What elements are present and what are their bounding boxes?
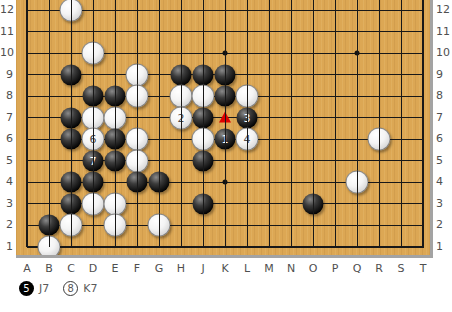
board-point-D1[interactable] — [82, 236, 104, 258]
board-point-G5[interactable] — [148, 150, 170, 172]
board-point-D2[interactable] — [82, 214, 104, 236]
board-point-E5[interactable] — [104, 150, 126, 172]
caption-move-5-stone: 5 — [19, 281, 34, 296]
board-point-N4[interactable] — [280, 171, 302, 193]
board-point-O1[interactable] — [302, 236, 324, 258]
black-stone-D8 — [83, 86, 104, 107]
board-point-M8[interactable] — [258, 85, 280, 107]
board-point-S5[interactable] — [390, 150, 412, 172]
white-stone-H8 — [170, 85, 193, 108]
board-point-S3[interactable] — [390, 193, 412, 215]
black-stone-C6 — [61, 129, 82, 150]
board-point-C7[interactable] — [60, 107, 82, 129]
board-point-F5[interactable] — [126, 150, 148, 172]
board-point-H8[interactable] — [170, 85, 192, 107]
row-label-right-1: 1 — [436, 241, 452, 253]
board-point-T1[interactable] — [412, 236, 433, 258]
board-point-J7[interactable] — [192, 107, 214, 129]
board-point-F11[interactable] — [126, 21, 148, 43]
board-point-E10[interactable] — [104, 42, 126, 64]
black-stone-K8 — [215, 86, 236, 107]
board-point-B8[interactable] — [38, 85, 60, 107]
board-point-R2[interactable] — [368, 214, 390, 236]
black-stone-E8 — [105, 86, 126, 107]
board-point-Q8[interactable] — [346, 85, 368, 107]
board-point-C3[interactable] — [60, 193, 82, 215]
board-point-P6[interactable] — [324, 128, 346, 150]
black-stone-B2 — [39, 215, 60, 236]
board-point-G9[interactable] — [148, 64, 170, 86]
board-point-F1[interactable] — [126, 236, 148, 258]
board-point-C10[interactable] — [60, 42, 82, 64]
board-point-M1[interactable] — [258, 236, 280, 258]
board-point-O11[interactable] — [302, 21, 324, 43]
board-point-B7[interactable] — [38, 107, 60, 129]
black-stone-K6: 1 — [215, 129, 236, 150]
board-point-R12[interactable] — [368, 0, 390, 21]
board-point-K3[interactable] — [214, 193, 236, 215]
board-point-S2[interactable] — [390, 214, 412, 236]
board-point-H11[interactable] — [170, 21, 192, 43]
board-point-P8[interactable] — [324, 85, 346, 107]
board-point-L3[interactable] — [236, 193, 258, 215]
column-label-R: R — [371, 263, 387, 275]
board-point-N11[interactable] — [280, 21, 302, 43]
board-point-Q5[interactable] — [346, 150, 368, 172]
board-point-L4[interactable] — [236, 171, 258, 193]
board-point-B9[interactable] — [38, 64, 60, 86]
board-point-S6[interactable] — [390, 128, 412, 150]
board-point-F2[interactable] — [126, 214, 148, 236]
board-point-R3[interactable] — [368, 193, 390, 215]
board-point-E7[interactable] — [104, 107, 126, 129]
board-point-J4[interactable] — [192, 171, 214, 193]
board-point-G4[interactable] — [148, 171, 170, 193]
black-stone-D4 — [83, 172, 104, 193]
board-point-A4[interactable] — [16, 171, 38, 193]
white-stone-Q4 — [346, 171, 369, 194]
board-point-J8[interactable] — [192, 85, 214, 107]
board-point-M2[interactable] — [258, 214, 280, 236]
board-point-T11[interactable] — [412, 21, 433, 43]
board-point-D11[interactable] — [82, 21, 104, 43]
board-point-E3[interactable] — [104, 193, 126, 215]
board-point-F10[interactable] — [126, 42, 148, 64]
board-point-J5[interactable] — [192, 150, 214, 172]
board-point-P12[interactable] — [324, 0, 346, 21]
board-point-C11[interactable] — [60, 21, 82, 43]
board-point-A9[interactable] — [16, 64, 38, 86]
board-point-J6[interactable] — [192, 128, 214, 150]
board-point-E6[interactable] — [104, 128, 126, 150]
board-point-F12[interactable] — [126, 0, 148, 21]
board-point-S10[interactable] — [390, 42, 412, 64]
board-point-Q4[interactable] — [346, 171, 368, 193]
row-label-left-6: 6 — [0, 133, 13, 145]
column-label-T: T — [415, 263, 431, 275]
board-point-K7[interactable] — [214, 107, 236, 129]
board-point-S9[interactable] — [390, 64, 412, 86]
board-point-T4[interactable] — [412, 171, 433, 193]
board-point-T12[interactable] — [412, 0, 433, 21]
board-point-T3[interactable] — [412, 193, 433, 215]
triangle-marker-K7 — [219, 111, 231, 122]
board-point-K10[interactable] — [214, 42, 236, 64]
board-point-C12[interactable] — [60, 0, 82, 21]
board-point-A1[interactable] — [16, 236, 38, 258]
black-stone-E5 — [105, 150, 126, 171]
board-point-K11[interactable] — [214, 21, 236, 43]
board-point-Q1[interactable] — [346, 236, 368, 258]
board-point-B10[interactable] — [38, 42, 60, 64]
board-point-D4[interactable] — [82, 171, 104, 193]
caption-move-5-point: J7 — [39, 282, 49, 295]
board-point-J3[interactable] — [192, 193, 214, 215]
board-point-H12[interactable] — [170, 0, 192, 21]
white-stone-C2 — [60, 214, 83, 237]
board-point-R4[interactable] — [368, 171, 390, 193]
board-point-D12[interactable] — [82, 0, 104, 21]
board-point-B12[interactable] — [38, 0, 60, 21]
board-point-N6[interactable] — [280, 128, 302, 150]
board-point-A11[interactable] — [16, 21, 38, 43]
board-point-P11[interactable] — [324, 21, 346, 43]
board-point-F9[interactable] — [126, 64, 148, 86]
row-label-right-7: 7 — [436, 112, 452, 124]
board-point-K1[interactable] — [214, 236, 236, 258]
black-stone-C4 — [61, 172, 82, 193]
white-stone-L6: 4 — [236, 128, 259, 151]
board-point-E4[interactable] — [104, 171, 126, 193]
board-point-J1[interactable] — [192, 236, 214, 258]
board-point-J10[interactable] — [192, 42, 214, 64]
column-label-O: O — [305, 263, 321, 275]
board-point-Q2[interactable] — [346, 214, 368, 236]
board-point-C8[interactable] — [60, 85, 82, 107]
board-point-K8[interactable] — [214, 85, 236, 107]
board-point-L12[interactable] — [236, 0, 258, 21]
board-point-K2[interactable] — [214, 214, 236, 236]
white-stone-F5 — [126, 149, 149, 172]
board-point-G7[interactable] — [148, 107, 170, 129]
board-point-R8[interactable] — [368, 85, 390, 107]
board-grid: 236147 — [16, 0, 433, 257]
board-point-H10[interactable] — [170, 42, 192, 64]
board-point-G10[interactable] — [148, 42, 170, 64]
board-point-A5[interactable] — [16, 150, 38, 172]
board-point-D9[interactable] — [82, 64, 104, 86]
board-point-L5[interactable] — [236, 150, 258, 172]
board-point-P3[interactable] — [324, 193, 346, 215]
row-label-right-9: 9 — [436, 69, 452, 81]
board-point-N2[interactable] — [280, 214, 302, 236]
board-point-R1[interactable] — [368, 236, 390, 258]
board-point-M5[interactable] — [258, 150, 280, 172]
white-stone-R6 — [368, 128, 391, 151]
go-diagram: 236147 121110987654321 121110987654321 A… — [0, 0, 452, 312]
board-point-H4[interactable] — [170, 171, 192, 193]
board-point-B1[interactable] — [38, 236, 60, 258]
white-stone-L8 — [236, 85, 259, 108]
board-point-S11[interactable] — [390, 21, 412, 43]
row-label-right-8: 8 — [436, 90, 452, 102]
board-point-E2[interactable] — [104, 214, 126, 236]
board-point-L8[interactable] — [236, 85, 258, 107]
row-label-left-10: 10 — [0, 47, 13, 59]
white-stone-D10 — [82, 42, 105, 65]
black-stone-G4 — [149, 172, 170, 193]
black-stone-J9 — [193, 64, 214, 85]
row-label-left-8: 8 — [0, 90, 13, 102]
board-point-T8[interactable] — [412, 85, 433, 107]
board-point-O8[interactable] — [302, 85, 324, 107]
board-point-N1[interactable] — [280, 236, 302, 258]
board-point-Q9[interactable] — [346, 64, 368, 86]
black-stone-J7 — [193, 107, 214, 128]
board-point-G1[interactable] — [148, 236, 170, 258]
row-label-right-3: 3 — [436, 198, 452, 210]
row-label-left-2: 2 — [0, 219, 13, 231]
board-point-Q6[interactable] — [346, 128, 368, 150]
white-stone-D7 — [82, 106, 105, 129]
board-point-C4[interactable] — [60, 171, 82, 193]
board-point-R6[interactable] — [368, 128, 390, 150]
board-point-S12[interactable] — [390, 0, 412, 21]
board-point-M7[interactable] — [258, 107, 280, 129]
board-point-D8[interactable] — [82, 85, 104, 107]
board-point-D10[interactable] — [82, 42, 104, 64]
board-point-H9[interactable] — [170, 64, 192, 86]
board-point-H6[interactable] — [170, 128, 192, 150]
board-point-B6[interactable] — [38, 128, 60, 150]
board-point-O6[interactable] — [302, 128, 324, 150]
board-point-M10[interactable] — [258, 42, 280, 64]
column-label-F: F — [129, 263, 145, 275]
board-point-P10[interactable] — [324, 42, 346, 64]
board-point-M3[interactable] — [258, 193, 280, 215]
board-point-P5[interactable] — [324, 150, 346, 172]
board-point-Q11[interactable] — [346, 21, 368, 43]
column-label-C: C — [63, 263, 79, 275]
board-point-N12[interactable] — [280, 0, 302, 21]
board-point-R11[interactable] — [368, 21, 390, 43]
board-point-J12[interactable] — [192, 0, 214, 21]
board-point-M11[interactable] — [258, 21, 280, 43]
white-stone-F8 — [126, 85, 149, 108]
board-point-G11[interactable] — [148, 21, 170, 43]
board-point-L7[interactable]: 3 — [236, 107, 258, 129]
row-label-left-3: 3 — [0, 198, 13, 210]
black-stone-C7 — [61, 107, 82, 128]
board-point-O10[interactable] — [302, 42, 324, 64]
board-point-F7[interactable] — [126, 107, 148, 129]
board-point-K6[interactable]: 1 — [214, 128, 236, 150]
board-point-O7[interactable] — [302, 107, 324, 129]
board-point-H7[interactable]: 2 — [170, 107, 192, 129]
board-point-N7[interactable] — [280, 107, 302, 129]
board-point-F3[interactable] — [126, 193, 148, 215]
board-point-Q12[interactable] — [346, 0, 368, 21]
board-point-M9[interactable] — [258, 64, 280, 86]
board-point-R5[interactable] — [368, 150, 390, 172]
board-point-R7[interactable] — [368, 107, 390, 129]
column-label-G: G — [151, 263, 167, 275]
board-point-S8[interactable] — [390, 85, 412, 107]
board-point-D6[interactable]: 6 — [82, 128, 104, 150]
column-label-K: K — [217, 263, 233, 275]
column-label-E: E — [107, 263, 123, 275]
black-stone-J5 — [193, 150, 214, 171]
board-point-F6[interactable] — [126, 128, 148, 150]
board-point-P2[interactable] — [324, 214, 346, 236]
star-point-Q10 — [355, 51, 360, 56]
board-point-A8[interactable] — [16, 85, 38, 107]
board-point-T10[interactable] — [412, 42, 433, 64]
board-point-C1[interactable] — [60, 236, 82, 258]
board-point-L1[interactable] — [236, 236, 258, 258]
board-point-H1[interactable] — [170, 236, 192, 258]
row-label-left-9: 9 — [0, 69, 13, 81]
column-label-M: M — [261, 263, 277, 275]
board-point-E8[interactable] — [104, 85, 126, 107]
board-point-B2[interactable] — [38, 214, 60, 236]
board-point-G8[interactable] — [148, 85, 170, 107]
board-point-R10[interactable] — [368, 42, 390, 64]
board-point-A12[interactable] — [16, 0, 38, 21]
board-point-G6[interactable] — [148, 128, 170, 150]
board-point-T2[interactable] — [412, 214, 433, 236]
board-point-G12[interactable] — [148, 0, 170, 21]
board-point-L2[interactable] — [236, 214, 258, 236]
move-caption: 5J78K7 — [19, 280, 106, 297]
board-point-T6[interactable] — [412, 128, 433, 150]
column-label-J: J — [195, 263, 211, 275]
board-point-N3[interactable] — [280, 193, 302, 215]
board-point-F8[interactable] — [126, 85, 148, 107]
white-stone-F9 — [126, 63, 149, 86]
board-point-K12[interactable] — [214, 0, 236, 21]
board-point-O5[interactable] — [302, 150, 324, 172]
board-point-P4[interactable] — [324, 171, 346, 193]
board-point-H3[interactable] — [170, 193, 192, 215]
board-point-P1[interactable] — [324, 236, 346, 258]
column-label-N: N — [283, 263, 299, 275]
row-label-right-12: 12 — [436, 4, 452, 16]
board-point-S1[interactable] — [390, 236, 412, 258]
board-point-C2[interactable] — [60, 214, 82, 236]
board-point-E9[interactable] — [104, 64, 126, 86]
board-point-D3[interactable] — [82, 193, 104, 215]
board-point-N10[interactable] — [280, 42, 302, 64]
board-point-T7[interactable] — [412, 107, 433, 129]
go-board[interactable]: 236147 — [16, 0, 433, 258]
board-point-K4[interactable] — [214, 171, 236, 193]
board-point-N8[interactable] — [280, 85, 302, 107]
board-point-C9[interactable] — [60, 64, 82, 86]
board-point-L9[interactable] — [236, 64, 258, 86]
board-point-Q7[interactable] — [346, 107, 368, 129]
board-point-L10[interactable] — [236, 42, 258, 64]
board-point-B5[interactable] — [38, 150, 60, 172]
board-point-P9[interactable] — [324, 64, 346, 86]
board-point-O4[interactable] — [302, 171, 324, 193]
board-point-C6[interactable] — [60, 128, 82, 150]
board-point-R9[interactable] — [368, 64, 390, 86]
board-point-O9[interactable] — [302, 64, 324, 86]
board-point-L11[interactable] — [236, 21, 258, 43]
board-point-N9[interactable] — [280, 64, 302, 86]
board-point-T5[interactable] — [412, 150, 433, 172]
board-point-C5[interactable] — [60, 150, 82, 172]
row-label-right-5: 5 — [436, 155, 452, 167]
board-point-H2[interactable] — [170, 214, 192, 236]
caption-move-8-stone: 8 — [63, 281, 78, 296]
board-point-G3[interactable] — [148, 193, 170, 215]
board-point-A6[interactable] — [16, 128, 38, 150]
board-point-A3[interactable] — [16, 193, 38, 215]
row-label-left-1: 1 — [0, 241, 13, 253]
black-stone-C3 — [61, 193, 82, 214]
board-point-D7[interactable] — [82, 107, 104, 129]
board-point-J2[interactable] — [192, 214, 214, 236]
board-point-M6[interactable] — [258, 128, 280, 150]
board-point-K5[interactable] — [214, 150, 236, 172]
board-point-G2[interactable] — [148, 214, 170, 236]
black-stone-D5: 7 — [83, 150, 104, 171]
white-stone-H7: 2 — [170, 106, 193, 129]
board-point-F4[interactable] — [126, 171, 148, 193]
board-point-J11[interactable] — [192, 21, 214, 43]
board-point-K9[interactable] — [214, 64, 236, 86]
board-point-H5[interactable] — [170, 150, 192, 172]
board-point-A7[interactable] — [16, 107, 38, 129]
black-stone-C9 — [61, 64, 82, 85]
row-label-left-7: 7 — [0, 112, 13, 124]
board-point-M12[interactable] — [258, 0, 280, 21]
white-stone-E7 — [104, 106, 127, 129]
row-label-left-12: 12 — [0, 4, 13, 16]
board-point-B4[interactable] — [38, 171, 60, 193]
board-point-B11[interactable] — [38, 21, 60, 43]
white-stone-D6: 6 — [82, 128, 105, 151]
board-point-L6[interactable]: 4 — [236, 128, 258, 150]
caption-move-8-point: K7 — [83, 282, 97, 295]
board-point-Q10[interactable] — [346, 42, 368, 64]
board-point-E12[interactable] — [104, 0, 126, 21]
board-point-B3[interactable] — [38, 193, 60, 215]
board-point-N5[interactable] — [280, 150, 302, 172]
column-label-S: S — [393, 263, 409, 275]
board-point-O2[interactable] — [302, 214, 324, 236]
white-stone-E2 — [104, 214, 127, 237]
board-point-E1[interactable] — [104, 236, 126, 258]
board-point-S4[interactable] — [390, 171, 412, 193]
board-point-E11[interactable] — [104, 21, 126, 43]
board-point-M4[interactable] — [258, 171, 280, 193]
board-point-P7[interactable] — [324, 107, 346, 129]
board-point-O3[interactable] — [302, 193, 324, 215]
board-point-A2[interactable] — [16, 214, 38, 236]
row-label-right-4: 4 — [436, 176, 452, 188]
board-point-S7[interactable] — [390, 107, 412, 129]
row-label-right-6: 6 — [436, 133, 452, 145]
board-point-O12[interactable] — [302, 0, 324, 21]
board-point-D5[interactable]: 7 — [82, 150, 104, 172]
board-point-A10[interactable] — [16, 42, 38, 64]
board-point-J9[interactable] — [192, 64, 214, 86]
board-point-Q3[interactable] — [346, 193, 368, 215]
board-point-T9[interactable] — [412, 64, 433, 86]
